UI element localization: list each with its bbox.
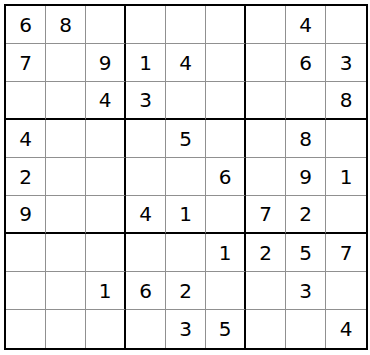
cell-r8c5-given: 2 [166, 272, 206, 310]
cell-r4c9-empty[interactable] [326, 120, 366, 158]
cell-r5c9-given: 1 [326, 158, 366, 196]
cell-r3c6-empty[interactable] [206, 82, 246, 120]
cell-r6c8-given: 2 [286, 196, 326, 234]
cell-r5c2-empty[interactable] [46, 158, 86, 196]
cell-r9c5-given: 3 [166, 310, 206, 348]
cell-r1c1-given: 6 [6, 6, 46, 44]
cell-r6c4-given: 4 [126, 196, 166, 234]
cell-r2c7-empty[interactable] [246, 44, 286, 82]
cell-r5c7-empty[interactable] [246, 158, 286, 196]
cell-r1c5-empty[interactable] [166, 6, 206, 44]
cell-r2c1-given: 7 [6, 44, 46, 82]
cell-r3c8-empty[interactable] [286, 82, 326, 120]
cell-r4c5-given: 5 [166, 120, 206, 158]
cell-r2c2-empty[interactable] [46, 44, 86, 82]
cell-r4c1-given: 4 [6, 120, 46, 158]
cell-r2c9-given: 3 [326, 44, 366, 82]
cell-r5c6-given: 6 [206, 158, 246, 196]
cell-r4c7-empty[interactable] [246, 120, 286, 158]
cell-r6c1-given: 9 [6, 196, 46, 234]
cell-r4c2-empty[interactable] [46, 120, 86, 158]
cell-r9c7-empty[interactable] [246, 310, 286, 348]
cell-r6c7-given: 7 [246, 196, 286, 234]
cell-r5c3-empty[interactable] [86, 158, 126, 196]
cell-r1c7-empty[interactable] [246, 6, 286, 44]
cell-r6c5-given: 1 [166, 196, 206, 234]
cell-r7c3-empty[interactable] [86, 234, 126, 272]
cell-r8c3-given: 1 [86, 272, 126, 310]
sudoku-board: 68479146343845826919417212571623354 [4, 4, 368, 350]
cell-r5c5-empty[interactable] [166, 158, 206, 196]
cell-r2c6-empty[interactable] [206, 44, 246, 82]
cell-r7c7-given: 2 [246, 234, 286, 272]
cell-r3c1-empty[interactable] [6, 82, 46, 120]
cell-r3c3-given: 4 [86, 82, 126, 120]
cell-r6c6-empty[interactable] [206, 196, 246, 234]
cell-r2c5-given: 4 [166, 44, 206, 82]
cell-r1c9-empty[interactable] [326, 6, 366, 44]
cell-r2c4-given: 1 [126, 44, 166, 82]
cell-r1c8-given: 4 [286, 6, 326, 44]
cell-r9c1-empty[interactable] [6, 310, 46, 348]
cell-r9c3-empty[interactable] [86, 310, 126, 348]
cell-r7c2-empty[interactable] [46, 234, 86, 272]
cell-r9c9-given: 4 [326, 310, 366, 348]
cell-r1c3-empty[interactable] [86, 6, 126, 44]
cell-r9c6-given: 5 [206, 310, 246, 348]
cell-r3c7-empty[interactable] [246, 82, 286, 120]
cell-r4c6-empty[interactable] [206, 120, 246, 158]
cell-r5c1-given: 2 [6, 158, 46, 196]
cell-r7c8-given: 5 [286, 234, 326, 272]
cell-r6c3-empty[interactable] [86, 196, 126, 234]
cell-r6c9-empty[interactable] [326, 196, 366, 234]
cell-r3c9-given: 8 [326, 82, 366, 120]
cell-r9c2-empty[interactable] [46, 310, 86, 348]
cell-r3c2-empty[interactable] [46, 82, 86, 120]
cell-r8c2-empty[interactable] [46, 272, 86, 310]
cell-r9c8-empty[interactable] [286, 310, 326, 348]
cell-r3c5-empty[interactable] [166, 82, 206, 120]
cell-r2c3-given: 9 [86, 44, 126, 82]
cell-r4c4-empty[interactable] [126, 120, 166, 158]
cell-r5c4-empty[interactable] [126, 158, 166, 196]
cell-r1c4-empty[interactable] [126, 6, 166, 44]
cell-r7c9-given: 7 [326, 234, 366, 272]
sudoku-page: 68479146343845826919417212571623354 [0, 0, 370, 354]
cell-r4c3-empty[interactable] [86, 120, 126, 158]
cell-r4c8-given: 8 [286, 120, 326, 158]
cell-r1c6-empty[interactable] [206, 6, 246, 44]
cell-r7c1-empty[interactable] [6, 234, 46, 272]
cell-r6c2-empty[interactable] [46, 196, 86, 234]
cell-r8c9-empty[interactable] [326, 272, 366, 310]
cell-r8c6-empty[interactable] [206, 272, 246, 310]
cell-r8c8-given: 3 [286, 272, 326, 310]
cell-r2c8-given: 6 [286, 44, 326, 82]
cell-r8c1-empty[interactable] [6, 272, 46, 310]
cell-r8c4-given: 6 [126, 272, 166, 310]
cell-r8c7-empty[interactable] [246, 272, 286, 310]
cell-r7c6-given: 1 [206, 234, 246, 272]
cell-r1c2-given: 8 [46, 6, 86, 44]
cell-r7c5-empty[interactable] [166, 234, 206, 272]
cell-r9c4-empty[interactable] [126, 310, 166, 348]
cell-r7c4-empty[interactable] [126, 234, 166, 272]
cell-r3c4-given: 3 [126, 82, 166, 120]
cell-r5c8-given: 9 [286, 158, 326, 196]
